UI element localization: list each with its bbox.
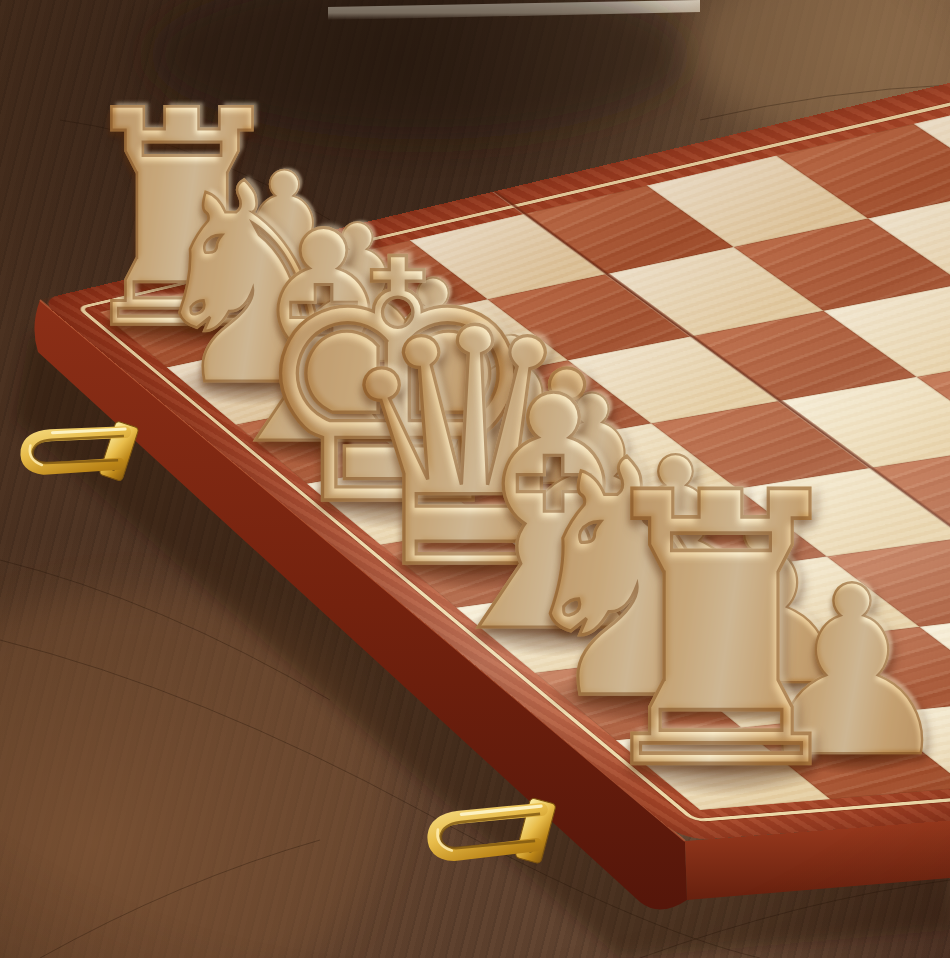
table-dark-grain-patch (150, 0, 690, 140)
chess-set-photo: ♟♟♟♟♟♟♟♟♜♞♝♚♛♝♞♜ (0, 0, 950, 958)
